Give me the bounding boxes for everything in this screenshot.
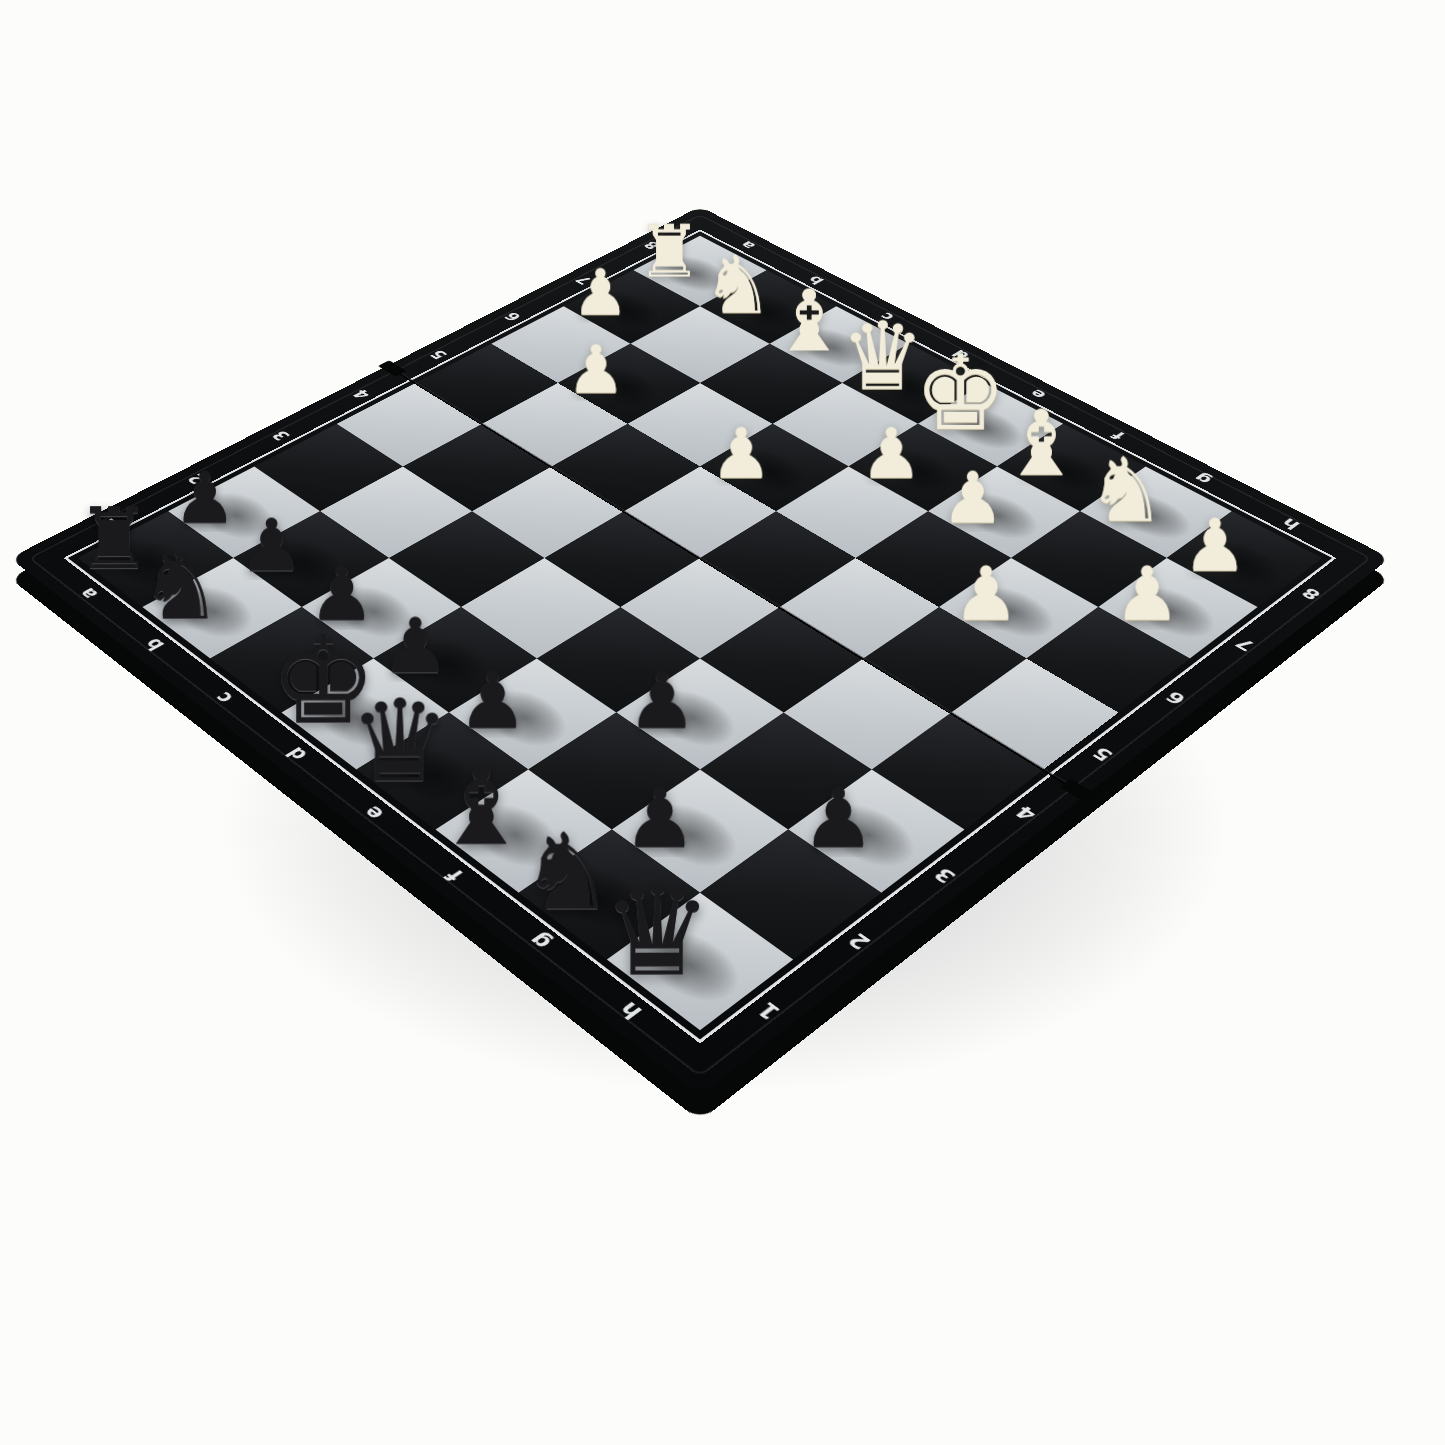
white-pawn-b6-icon: ♟ xyxy=(566,338,626,401)
white-pawn-a7-icon: ♟ xyxy=(572,262,629,322)
white-knight-b8-icon: ♞ xyxy=(702,247,773,323)
white-queen-d8-icon: ♛ xyxy=(841,312,925,401)
white-knight-g8-icon: ♞ xyxy=(1086,448,1166,532)
white-bishop-c8-icon: ♝ xyxy=(771,281,847,362)
white-pawn-d6-icon: ♟ xyxy=(710,420,772,486)
black-pawn-f3-icon: ♟ xyxy=(627,663,697,737)
black-pawn-b2-icon: ♟ xyxy=(239,511,304,580)
white-pawn-e7-icon: ♟ xyxy=(860,420,922,486)
black-knight-g1-icon: ♞ xyxy=(519,821,614,922)
black-pawn-g2-icon: ♟ xyxy=(623,779,697,857)
white-pawn-g6-icon: ♟ xyxy=(952,559,1019,630)
black-pawn-e2-icon: ♟ xyxy=(457,663,527,737)
black-bishop-f1-icon: ♝ xyxy=(433,755,530,857)
white-pawn-f7-icon: ♟ xyxy=(941,464,1005,532)
white-rook-a8-icon: ♜ xyxy=(637,217,702,286)
white-pawn-h8-icon: ♟ xyxy=(1182,511,1247,580)
white-king-e8-icon: ♚ xyxy=(914,344,1007,443)
black-knight-b1-icon: ♞ xyxy=(139,541,223,630)
black-pawn-d2-icon: ♟ xyxy=(381,610,450,683)
black-queen-h1-icon: ♛ xyxy=(602,873,713,991)
black-pawn-h3-icon: ♟ xyxy=(801,779,875,857)
black-pawn-a2-icon: ♟ xyxy=(173,464,237,532)
white-bishop-f8-icon: ♝ xyxy=(1001,400,1082,486)
white-pawn-h7-icon: ♟ xyxy=(1114,559,1181,630)
product-photo-scene: ♜♞♝♛♚♝♞♟♟♟♟♟♟♟♟♟♟♟♟♟♟♟♟♜♞♚♛♝♞♛ aa11bb22c… xyxy=(0,0,1445,1445)
